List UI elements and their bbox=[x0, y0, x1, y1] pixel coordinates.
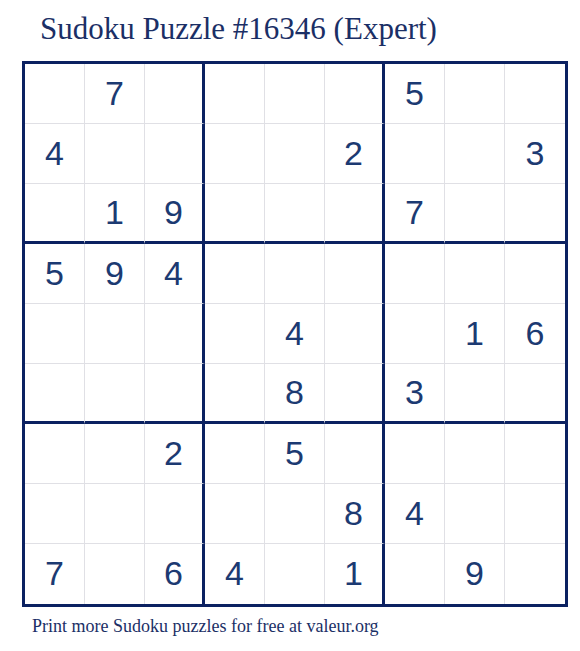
cell-r1c2: 7 bbox=[85, 64, 145, 124]
cell-r1c4 bbox=[205, 64, 265, 124]
cell-r4c2: 9 bbox=[85, 244, 145, 304]
sudoku-page: Sudoku Puzzle #16346 (Expert) 7542319759… bbox=[0, 0, 580, 651]
cell-r7c4 bbox=[205, 424, 265, 484]
cell-r3c6 bbox=[325, 184, 385, 244]
cell-r6c6 bbox=[325, 364, 385, 424]
cell-r6c3 bbox=[145, 364, 205, 424]
cell-r5c8: 1 bbox=[445, 304, 505, 364]
cell-r3c1 bbox=[25, 184, 85, 244]
cell-r9c6: 1 bbox=[325, 544, 385, 604]
cell-r2c3 bbox=[145, 124, 205, 184]
cell-r5c1 bbox=[25, 304, 85, 364]
cell-r4c5 bbox=[265, 244, 325, 304]
cell-r6c2 bbox=[85, 364, 145, 424]
cell-r4c1: 5 bbox=[25, 244, 85, 304]
cell-r1c3 bbox=[145, 64, 205, 124]
cell-r9c7 bbox=[385, 544, 445, 604]
cell-r7c8 bbox=[445, 424, 505, 484]
footer-text: Print more Sudoku puzzles for free at va… bbox=[32, 617, 379, 637]
cell-r8c1 bbox=[25, 484, 85, 544]
cell-r7c9 bbox=[505, 424, 565, 484]
cell-r1c6 bbox=[325, 64, 385, 124]
sudoku-board: 7542319759441683258476419 bbox=[22, 61, 568, 607]
cell-r5c7 bbox=[385, 304, 445, 364]
cell-r7c3: 2 bbox=[145, 424, 205, 484]
cell-r2c9: 3 bbox=[505, 124, 565, 184]
cell-r2c4 bbox=[205, 124, 265, 184]
cell-r2c1: 4 bbox=[25, 124, 85, 184]
cell-r2c8 bbox=[445, 124, 505, 184]
cell-r5c9: 6 bbox=[505, 304, 565, 364]
cell-r8c5 bbox=[265, 484, 325, 544]
cell-r5c4 bbox=[205, 304, 265, 364]
cell-r7c1 bbox=[25, 424, 85, 484]
cell-r6c8 bbox=[445, 364, 505, 424]
cell-r7c5: 5 bbox=[265, 424, 325, 484]
cell-r6c7: 3 bbox=[385, 364, 445, 424]
cell-r2c5 bbox=[265, 124, 325, 184]
cell-r9c4: 4 bbox=[205, 544, 265, 604]
cell-r8c8 bbox=[445, 484, 505, 544]
cell-r3c4 bbox=[205, 184, 265, 244]
cell-r3c9 bbox=[505, 184, 565, 244]
cell-r9c5 bbox=[265, 544, 325, 604]
cell-r3c2: 1 bbox=[85, 184, 145, 244]
cell-r8c3 bbox=[145, 484, 205, 544]
cell-r5c5: 4 bbox=[265, 304, 325, 364]
cell-r4c6 bbox=[325, 244, 385, 304]
cell-r5c2 bbox=[85, 304, 145, 364]
cell-r8c6: 8 bbox=[325, 484, 385, 544]
cell-r7c7 bbox=[385, 424, 445, 484]
cell-r1c1 bbox=[25, 64, 85, 124]
cell-r3c5 bbox=[265, 184, 325, 244]
cell-r3c3: 9 bbox=[145, 184, 205, 244]
cell-r4c4 bbox=[205, 244, 265, 304]
cell-r6c9 bbox=[505, 364, 565, 424]
cell-r7c6 bbox=[325, 424, 385, 484]
page-title: Sudoku Puzzle #16346 (Expert) bbox=[40, 12, 437, 46]
cell-r8c7: 4 bbox=[385, 484, 445, 544]
cell-r1c7: 5 bbox=[385, 64, 445, 124]
cell-r1c8 bbox=[445, 64, 505, 124]
cell-r9c2 bbox=[85, 544, 145, 604]
cell-r6c5: 8 bbox=[265, 364, 325, 424]
cell-r7c2 bbox=[85, 424, 145, 484]
cell-r6c4 bbox=[205, 364, 265, 424]
cell-r2c7 bbox=[385, 124, 445, 184]
cell-r5c6 bbox=[325, 304, 385, 364]
cell-r5c3 bbox=[145, 304, 205, 364]
cell-r8c2 bbox=[85, 484, 145, 544]
cell-r1c9 bbox=[505, 64, 565, 124]
cell-r9c9 bbox=[505, 544, 565, 604]
cell-r3c8 bbox=[445, 184, 505, 244]
cell-r2c6: 2 bbox=[325, 124, 385, 184]
cell-r4c7 bbox=[385, 244, 445, 304]
cell-r4c9 bbox=[505, 244, 565, 304]
cell-r8c4 bbox=[205, 484, 265, 544]
cell-r8c9 bbox=[505, 484, 565, 544]
cell-r4c3: 4 bbox=[145, 244, 205, 304]
cell-r9c8: 9 bbox=[445, 544, 505, 604]
cell-r9c1: 7 bbox=[25, 544, 85, 604]
cell-r3c7: 7 bbox=[385, 184, 445, 244]
cell-r4c8 bbox=[445, 244, 505, 304]
cell-r2c2 bbox=[85, 124, 145, 184]
cell-r6c1 bbox=[25, 364, 85, 424]
cell-r9c3: 6 bbox=[145, 544, 205, 604]
cell-r1c5 bbox=[265, 64, 325, 124]
